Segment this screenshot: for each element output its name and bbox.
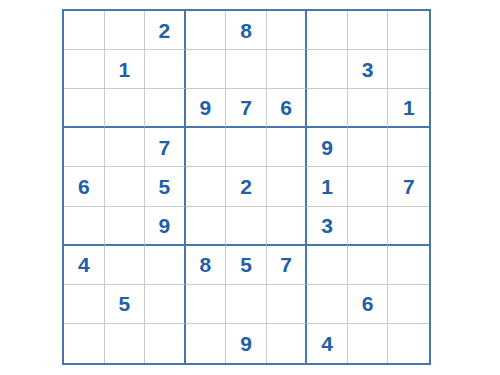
- cell-r1c7[interactable]: [307, 11, 348, 50]
- cell-r8c7[interactable]: [307, 285, 348, 324]
- cell-r4c7-given-9[interactable]: 9: [307, 128, 348, 167]
- cell-r2c4[interactable]: [186, 50, 227, 89]
- cell-r7c3[interactable]: [145, 246, 186, 285]
- cell-r1c3-given-2[interactable]: 2: [145, 11, 186, 50]
- cell-r6c1[interactable]: [64, 207, 105, 246]
- cell-r3c1[interactable]: [64, 89, 105, 128]
- cell-r6c7-given-3[interactable]: 3: [307, 207, 348, 246]
- cell-r7c9[interactable]: [388, 246, 429, 285]
- cell-r4c3-given-7[interactable]: 7: [145, 128, 186, 167]
- cell-r5c2[interactable]: [105, 167, 146, 206]
- cell-r3c4-given-9[interactable]: 9: [186, 89, 227, 128]
- cell-r8c9[interactable]: [388, 285, 429, 324]
- cell-r2c1[interactable]: [64, 50, 105, 89]
- cell-r7c8[interactable]: [348, 246, 389, 285]
- cell-r5c4[interactable]: [186, 167, 227, 206]
- cell-r9c8[interactable]: [348, 324, 389, 363]
- cell-r9c3[interactable]: [145, 324, 186, 363]
- cell-r9c6[interactable]: [267, 324, 308, 363]
- cell-r4c4[interactable]: [186, 128, 227, 167]
- cell-r7c1-given-4[interactable]: 4: [64, 246, 105, 285]
- cell-r8c5[interactable]: [226, 285, 267, 324]
- cell-r7c4-given-8[interactable]: 8: [186, 246, 227, 285]
- cell-r6c6[interactable]: [267, 207, 308, 246]
- cell-r2c9[interactable]: [388, 50, 429, 89]
- cell-r1c9[interactable]: [388, 11, 429, 50]
- cell-r7c2[interactable]: [105, 246, 146, 285]
- cell-r2c3[interactable]: [145, 50, 186, 89]
- cell-r6c4[interactable]: [186, 207, 227, 246]
- cell-r4c6[interactable]: [267, 128, 308, 167]
- cell-r1c8[interactable]: [348, 11, 389, 50]
- cell-r9c1[interactable]: [64, 324, 105, 363]
- cell-r1c6[interactable]: [267, 11, 308, 50]
- cell-r5c3-given-5[interactable]: 5: [145, 167, 186, 206]
- cell-r2c5[interactable]: [226, 50, 267, 89]
- cell-r9c7-given-4[interactable]: 4: [307, 324, 348, 363]
- cell-r3c7[interactable]: [307, 89, 348, 128]
- page: 2813976179652179348575694: [0, 0, 500, 375]
- cell-r6c2[interactable]: [105, 207, 146, 246]
- cell-r4c8[interactable]: [348, 128, 389, 167]
- cell-r1c2[interactable]: [105, 11, 146, 50]
- cell-r2c2-given-1[interactable]: 1: [105, 50, 146, 89]
- sudoku-board: 2813976179652179348575694: [62, 9, 431, 365]
- cell-r9c4[interactable]: [186, 324, 227, 363]
- cell-r6c8[interactable]: [348, 207, 389, 246]
- cell-r3c2[interactable]: [105, 89, 146, 128]
- cell-r4c5[interactable]: [226, 128, 267, 167]
- cell-r8c1[interactable]: [64, 285, 105, 324]
- cell-r4c2[interactable]: [105, 128, 146, 167]
- cell-r1c1[interactable]: [64, 11, 105, 50]
- cell-r1c5-given-8[interactable]: 8: [226, 11, 267, 50]
- cell-r8c6[interactable]: [267, 285, 308, 324]
- cell-r5c5-given-2[interactable]: 2: [226, 167, 267, 206]
- cell-r8c8-given-6[interactable]: 6: [348, 285, 389, 324]
- cell-r6c5[interactable]: [226, 207, 267, 246]
- cell-r3c9-given-1[interactable]: 1: [388, 89, 429, 128]
- cell-r4c9[interactable]: [388, 128, 429, 167]
- cell-r3c3[interactable]: [145, 89, 186, 128]
- cell-r2c8-given-3[interactable]: 3: [348, 50, 389, 89]
- cell-r3c8[interactable]: [348, 89, 389, 128]
- cell-r3c6-given-6[interactable]: 6: [267, 89, 308, 128]
- cell-r9c5-given-9[interactable]: 9: [226, 324, 267, 363]
- cell-r1c4[interactable]: [186, 11, 227, 50]
- cell-r5c7-given-1[interactable]: 1: [307, 167, 348, 206]
- cell-r4c1[interactable]: [64, 128, 105, 167]
- cell-r3c5-given-7[interactable]: 7: [226, 89, 267, 128]
- cell-r7c5-given-5[interactable]: 5: [226, 246, 267, 285]
- cell-r2c7[interactable]: [307, 50, 348, 89]
- cell-r5c6[interactable]: [267, 167, 308, 206]
- cell-r5c9-given-7[interactable]: 7: [388, 167, 429, 206]
- cell-r5c8[interactable]: [348, 167, 389, 206]
- cell-r8c2-given-5[interactable]: 5: [105, 285, 146, 324]
- cell-r7c7[interactable]: [307, 246, 348, 285]
- cell-r6c3-given-9[interactable]: 9: [145, 207, 186, 246]
- cell-r6c9[interactable]: [388, 207, 429, 246]
- cell-r7c6-given-7[interactable]: 7: [267, 246, 308, 285]
- cell-r2c6[interactable]: [267, 50, 308, 89]
- cell-r9c2[interactable]: [105, 324, 146, 363]
- cell-r8c3[interactable]: [145, 285, 186, 324]
- cell-r8c4[interactable]: [186, 285, 227, 324]
- cell-r5c1-given-6[interactable]: 6: [64, 167, 105, 206]
- cell-r9c9[interactable]: [388, 324, 429, 363]
